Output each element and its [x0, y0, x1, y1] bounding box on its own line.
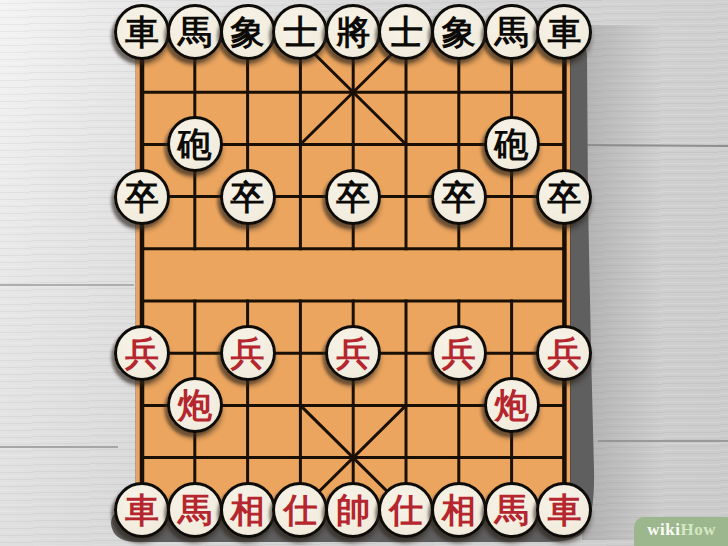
piece-black-elephant[interactable]: 象 — [220, 4, 276, 60]
piece-red-soldier[interactable]: 兵 — [325, 325, 381, 381]
piece-black-soldier[interactable]: 卒 — [431, 169, 487, 225]
piece-red-soldier[interactable]: 兵 — [114, 325, 170, 381]
piece-red-advisor[interactable]: 仕 — [378, 482, 434, 538]
wikihow-watermark-wiki: wiki — [647, 520, 680, 539]
piece-red-elephant[interactable]: 相 — [431, 482, 487, 538]
piece-red-chariot[interactable]: 車 — [536, 482, 592, 538]
board-grid — [136, 33, 570, 515]
piece-black-soldier[interactable]: 卒 — [325, 169, 381, 225]
piece-black-elephant[interactable]: 象 — [431, 4, 487, 60]
piece-black-horse[interactable]: 馬 — [167, 4, 223, 60]
xiangqi-board — [136, 33, 570, 515]
piece-red-chariot[interactable]: 車 — [114, 482, 170, 538]
scene: 車馬象士將士象馬車砲砲卒卒卒卒卒兵兵兵兵兵炮炮車馬相仕帥仕相馬車 wikiHow — [0, 0, 728, 546]
piece-black-soldier[interactable]: 卒 — [220, 169, 276, 225]
piece-black-soldier[interactable]: 卒 — [536, 169, 592, 225]
piece-red-elephant[interactable]: 相 — [220, 482, 276, 538]
piece-black-advisor[interactable]: 士 — [272, 4, 328, 60]
piece-red-cannon[interactable]: 炮 — [167, 377, 223, 433]
piece-red-soldier[interactable]: 兵 — [220, 325, 276, 381]
piece-red-general[interactable]: 帥 — [325, 482, 381, 538]
board-side-shading — [582, 25, 662, 540]
file-lines — [195, 40, 512, 510]
piece-black-horse[interactable]: 馬 — [484, 4, 540, 60]
wikihow-watermark-how: How — [681, 520, 717, 539]
piece-red-advisor[interactable]: 仕 — [272, 482, 328, 538]
piece-red-horse[interactable]: 馬 — [167, 482, 223, 538]
piece-red-soldier[interactable]: 兵 — [431, 325, 487, 381]
piece-black-cannon[interactable]: 砲 — [484, 116, 540, 172]
piece-black-cannon[interactable]: 砲 — [167, 116, 223, 172]
piece-black-general[interactable]: 將 — [325, 4, 381, 60]
piece-black-chariot[interactable]: 車 — [536, 4, 592, 60]
piece-black-soldier[interactable]: 卒 — [114, 169, 170, 225]
piece-red-cannon[interactable]: 炮 — [484, 377, 540, 433]
piece-black-advisor[interactable]: 士 — [378, 4, 434, 60]
piece-red-horse[interactable]: 馬 — [484, 482, 540, 538]
piece-black-chariot[interactable]: 車 — [114, 4, 170, 60]
wikihow-watermark: wikiHow — [634, 517, 728, 546]
